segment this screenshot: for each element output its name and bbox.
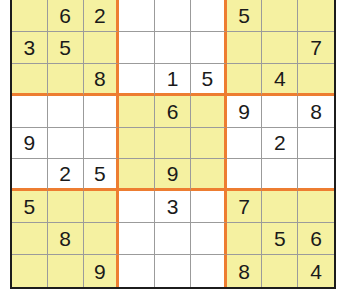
sudoku-board: 625357815469892259537856984 xyxy=(10,0,336,289)
cell-r3c5[interactable]: 1 xyxy=(155,64,191,96)
cell-r1c5[interactable] xyxy=(155,0,191,32)
cell-r1c7[interactable]: 5 xyxy=(227,0,263,32)
cell-r4c6[interactable] xyxy=(191,96,227,128)
cell-r2c6[interactable] xyxy=(191,32,227,64)
cell-r9c7[interactable]: 8 xyxy=(227,255,263,287)
cell-r2c5[interactable] xyxy=(155,32,191,64)
cell-r5c5[interactable] xyxy=(155,128,191,160)
cell-r3c4[interactable] xyxy=(119,64,155,96)
cell-r1c2[interactable]: 6 xyxy=(48,0,84,32)
cell-r6c9[interactable] xyxy=(298,159,334,191)
cell-r3c2[interactable] xyxy=(48,64,84,96)
cell-r5c8[interactable]: 2 xyxy=(262,128,298,160)
cell-r8c7[interactable] xyxy=(227,223,263,255)
cell-r2c3[interactable] xyxy=(84,32,120,64)
cell-r9c2[interactable] xyxy=(48,255,84,287)
cell-r4c4[interactable] xyxy=(119,96,155,128)
sudoku-board-container: 625357815469892259537856984 xyxy=(10,0,336,289)
cell-r3c9[interactable] xyxy=(298,64,334,96)
cell-r2c4[interactable] xyxy=(119,32,155,64)
cell-r6c6[interactable] xyxy=(191,159,227,191)
cell-r8c5[interactable] xyxy=(155,223,191,255)
cell-r4c9[interactable]: 8 xyxy=(298,96,334,128)
cell-r4c5[interactable]: 6 xyxy=(155,96,191,128)
cell-r7c1[interactable]: 5 xyxy=(12,191,48,223)
cell-r8c1[interactable] xyxy=(12,223,48,255)
cell-r5c7[interactable] xyxy=(227,128,263,160)
cell-r3c1[interactable] xyxy=(12,64,48,96)
cell-r7c3[interactable] xyxy=(84,191,120,223)
cell-r8c8[interactable]: 5 xyxy=(262,223,298,255)
cell-r3c6[interactable]: 5 xyxy=(191,64,227,96)
cell-r3c8[interactable]: 4 xyxy=(262,64,298,96)
cell-r5c4[interactable] xyxy=(119,128,155,160)
cell-r1c4[interactable] xyxy=(119,0,155,32)
cell-r4c8[interactable] xyxy=(262,96,298,128)
cell-r5c6[interactable] xyxy=(191,128,227,160)
cell-r7c5[interactable]: 3 xyxy=(155,191,191,223)
cell-r6c5[interactable]: 9 xyxy=(155,159,191,191)
cell-r8c6[interactable] xyxy=(191,223,227,255)
cell-r4c1[interactable] xyxy=(12,96,48,128)
cell-r1c9[interactable] xyxy=(298,0,334,32)
cell-r2c7[interactable] xyxy=(227,32,263,64)
cell-r6c8[interactable] xyxy=(262,159,298,191)
cell-r9c9[interactable]: 4 xyxy=(298,255,334,287)
cell-r2c2[interactable]: 5 xyxy=(48,32,84,64)
cell-r4c7[interactable]: 9 xyxy=(227,96,263,128)
cell-r7c6[interactable] xyxy=(191,191,227,223)
cell-r6c2[interactable]: 2 xyxy=(48,159,84,191)
cell-r4c2[interactable] xyxy=(48,96,84,128)
cell-r7c4[interactable] xyxy=(119,191,155,223)
cell-r9c8[interactable] xyxy=(262,255,298,287)
cell-r1c3[interactable]: 2 xyxy=(84,0,120,32)
cell-r1c1[interactable] xyxy=(12,0,48,32)
cell-r2c9[interactable]: 7 xyxy=(298,32,334,64)
cell-r1c8[interactable] xyxy=(262,0,298,32)
cell-r5c9[interactable] xyxy=(298,128,334,160)
cell-r1c6[interactable] xyxy=(191,0,227,32)
cell-r2c8[interactable] xyxy=(262,32,298,64)
cell-r5c3[interactable] xyxy=(84,128,120,160)
cell-r4c3[interactable] xyxy=(84,96,120,128)
cell-r8c3[interactable] xyxy=(84,223,120,255)
cell-r8c9[interactable]: 6 xyxy=(298,223,334,255)
cell-r5c1[interactable]: 9 xyxy=(12,128,48,160)
cell-r9c4[interactable] xyxy=(119,255,155,287)
cell-r7c8[interactable] xyxy=(262,191,298,223)
cell-r9c6[interactable] xyxy=(191,255,227,287)
cell-r7c7[interactable]: 7 xyxy=(227,191,263,223)
cell-r6c1[interactable] xyxy=(12,159,48,191)
cell-r9c3[interactable]: 9 xyxy=(84,255,120,287)
cell-r7c9[interactable] xyxy=(298,191,334,223)
cell-r2c1[interactable]: 3 xyxy=(12,32,48,64)
cell-r9c5[interactable] xyxy=(155,255,191,287)
cell-r7c2[interactable] xyxy=(48,191,84,223)
cell-r6c7[interactable] xyxy=(227,159,263,191)
cell-r9c1[interactable] xyxy=(12,255,48,287)
cell-r6c4[interactable] xyxy=(119,159,155,191)
cell-r3c3[interactable]: 8 xyxy=(84,64,120,96)
cell-r8c2[interactable]: 8 xyxy=(48,223,84,255)
cell-r8c4[interactable] xyxy=(119,223,155,255)
cell-r3c7[interactable] xyxy=(227,64,263,96)
cell-r5c2[interactable] xyxy=(48,128,84,160)
cell-r6c3[interactable]: 5 xyxy=(84,159,120,191)
